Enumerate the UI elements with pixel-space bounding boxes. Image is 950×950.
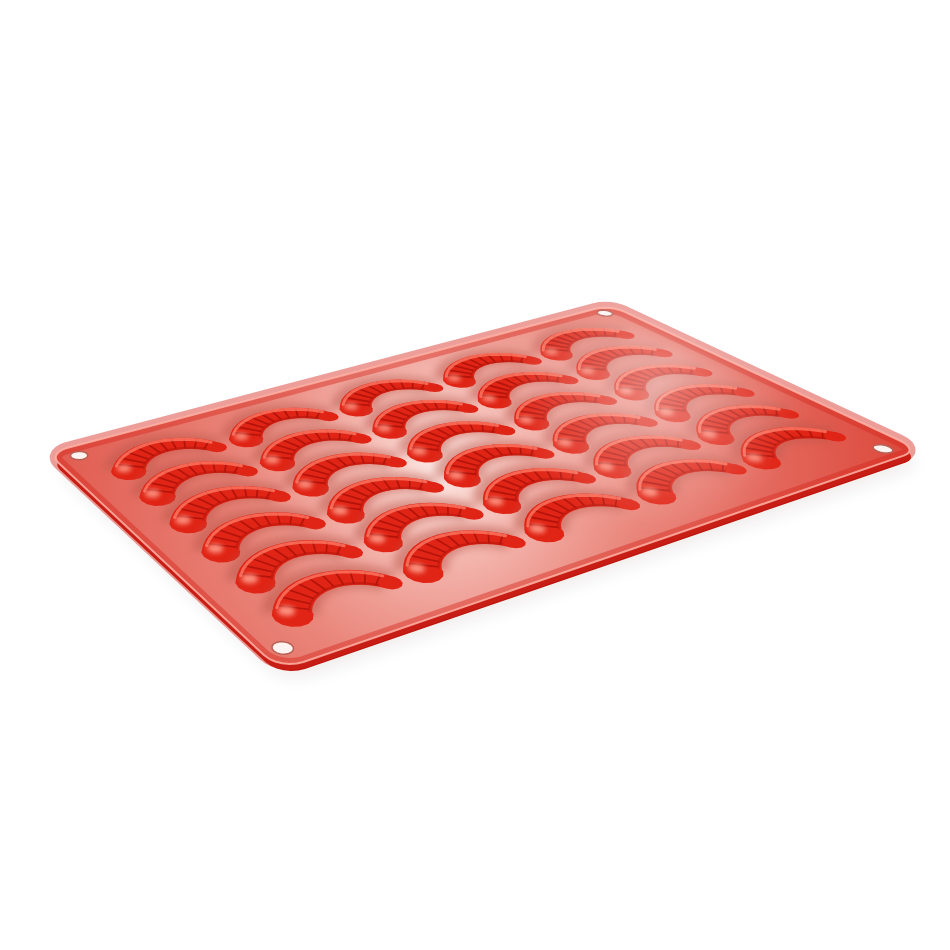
product-photo — [0, 0, 950, 950]
silicone-mold-render — [0, 0, 950, 950]
